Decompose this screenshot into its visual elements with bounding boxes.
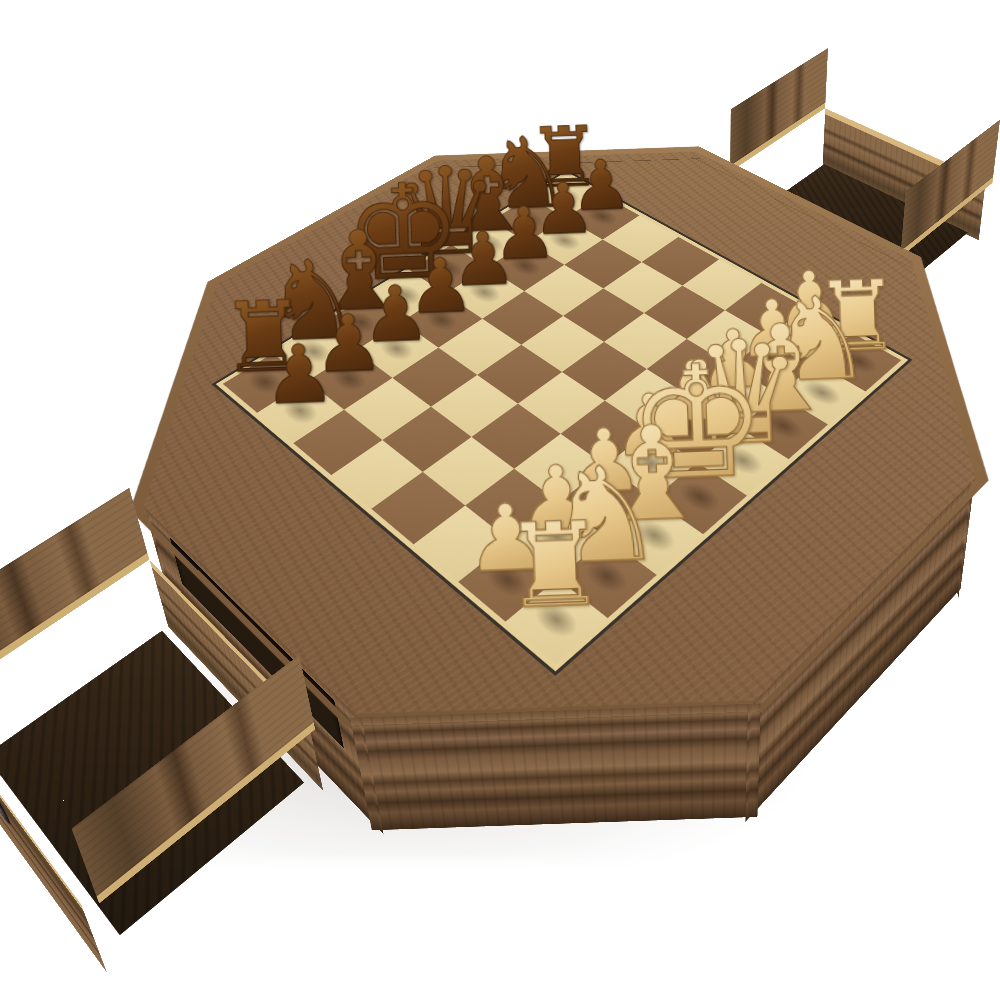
black-pawn-glyph: ♟ bbox=[216, 332, 383, 418]
drawer-top-right-left-wall bbox=[730, 48, 828, 172]
white-rook-glyph: ♜ bbox=[456, 505, 653, 627]
chess-table: ♜♞♝♛♚♝♞♜♟♟♟♟♟♟♟♟♟♟♟♟♟♟♟♟♜♞♝♛♚♝♞♜ bbox=[11, 81, 1000, 930]
product-photo: ♜♞♝♛♚♝♞♜♟♟♟♟♟♟♟♟♟♟♟♟♟♟♟♟♜♞♝♛♚♝♞♜ bbox=[0, 0, 1000, 1000]
scene: ♜♞♝♛♚♝♞♜♟♟♟♟♟♟♟♟♟♟♟♟♟♟♟♟♜♞♝♛♚♝♞♜ bbox=[0, 0, 1000, 1000]
drawer-bottom-left-left-wall bbox=[0, 488, 149, 697]
drawer-knob[interactable] bbox=[0, 786, 13, 830]
